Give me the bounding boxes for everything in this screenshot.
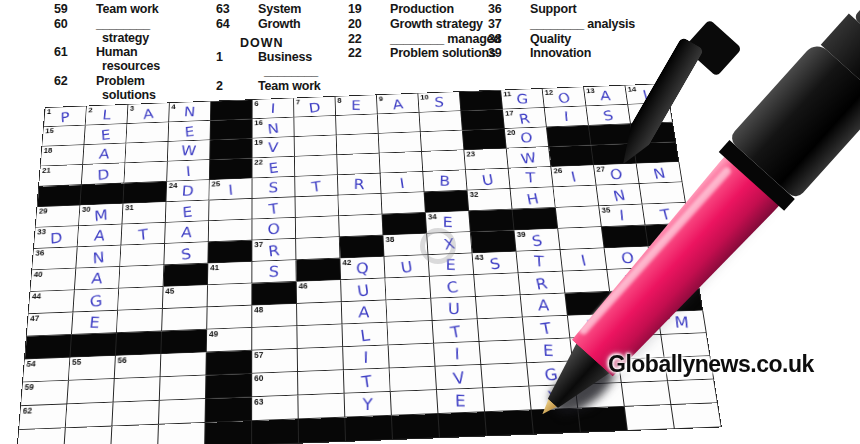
grid-cell-r9c9[interactable]: U [384, 255, 429, 278]
grid-cell-r8c4[interactable]: S [164, 242, 208, 265]
grid-cell-r7c4[interactable]: A [165, 221, 209, 244]
grid-cell-r2c1[interactable]: 15 [42, 126, 85, 147]
clue-number: 22 [372, 47, 390, 61]
grid-cell-r16c8 [345, 416, 393, 442]
grid-cell-r13c3[interactable]: 56 [115, 354, 162, 379]
grid-cell-r10c4[interactable]: 45 [163, 285, 208, 309]
grid-cell-r5c8[interactable]: R [338, 174, 382, 196]
grid-cell-r9c5[interactable]: 41 [208, 262, 252, 285]
grid-cell-r9c13[interactable]: I [561, 248, 608, 271]
handwritten-letter: A [521, 294, 566, 316]
grid-cell-r11c9[interactable] [386, 299, 432, 323]
grid-cell-r1c1[interactable]: 1P [44, 106, 87, 127]
grid-cell-r12c1 [25, 335, 72, 360]
grid-cell-r16c5 [205, 421, 252, 444]
grid-cell-r6c2[interactable]: 30M [79, 204, 123, 226]
grid-cell-r3c3[interactable] [125, 142, 168, 163]
grid-cell-r5c14[interactable]: 27O [594, 164, 640, 186]
grid-cell-r6c11[interactable]: 32 [468, 189, 513, 211]
handwritten-letter: S [252, 261, 296, 282]
handwritten-letter: U [432, 298, 476, 320]
grid-cell-r5c10[interactable]: B [423, 170, 467, 192]
grid-cell-r2c2[interactable]: E [84, 124, 127, 145]
grid-cell-r15c5 [206, 397, 253, 423]
grid-cell-r5c13[interactable]: 26I [551, 165, 596, 187]
grid-cell-r1c7[interactable]: 7D [294, 97, 336, 118]
grid-cell-r13c7[interactable] [298, 347, 344, 372]
handwritten-letter: A [83, 144, 126, 163]
grid-cell-r3c12[interactable]: 20O [505, 127, 549, 148]
handwritten-letter: S [419, 93, 460, 112]
grid-cell-r6c3[interactable]: 31 [122, 202, 166, 224]
grid-cell-r7c13[interactable] [556, 206, 602, 229]
clue-number: 19 [372, 3, 390, 17]
cell-number: 57 [254, 350, 263, 360]
handwritten-letter: A [342, 301, 386, 323]
grid-cell-r8c13[interactable] [558, 227, 604, 250]
grid-cell-r3c1[interactable]: 18 [41, 145, 85, 166]
grid-cell-r12c2 [70, 333, 117, 358]
handwritten-letter: I [600, 205, 644, 225]
site-watermark: Globallynews.co.uk [608, 351, 814, 378]
grid-cell-r6c10 [425, 191, 470, 213]
grid-cell-r11c12[interactable]: A [521, 294, 568, 318]
grid-cell-r1c10[interactable]: 10S [418, 92, 461, 113]
grid-cell-r2c3[interactable] [126, 122, 169, 143]
clue-number: 64 [240, 18, 258, 32]
grid-cell-r8c11 [471, 230, 517, 253]
clue-column-4: 36Support37________ analysis38Quality39I… [512, 3, 638, 62]
grid-cell-r10c7[interactable]: 46 [297, 280, 342, 304]
grid-cell-r3c11 [463, 129, 507, 150]
grid-cell-r10c6 [252, 282, 297, 306]
grid-cell-r1c8[interactable]: 8E [335, 95, 377, 116]
grid-cell-r14c10[interactable]: V [436, 365, 484, 390]
handwritten-letter: E [71, 311, 117, 333]
grid-cell-r9c6[interactable]: S [252, 260, 296, 283]
clue-text: Quality [530, 32, 571, 46]
grid-cell-r6c6[interactable]: T [252, 197, 295, 219]
grid-cell-r11c3[interactable] [117, 309, 163, 333]
clue-number: 63 [240, 3, 258, 17]
grid-cell-r12c3 [116, 331, 162, 356]
cell-number: 62 [22, 406, 32, 416]
clue-item: 61Human resources [78, 46, 190, 74]
grid-cell-r9c7 [296, 258, 341, 281]
grid-cell-r3c6[interactable]: 19V [253, 137, 295, 158]
clue-column-1: 59Team work60________ strategy61Human re… [78, 3, 190, 103]
grid-cell-r3c8[interactable] [337, 134, 380, 155]
grid-cell-r12c4 [161, 330, 207, 355]
grid-cell-r5c9[interactable]: I [381, 172, 425, 194]
clue-list-header: DOWN [240, 37, 352, 51]
grid-cell-r13c5 [206, 351, 252, 376]
handwritten-letter: I [343, 346, 388, 369]
cell-number: 59 [24, 382, 34, 392]
grid-cell-r16c1[interactable] [17, 428, 66, 444]
cell-number: 31 [125, 203, 134, 212]
grid-cell-r10c3[interactable] [118, 287, 163, 311]
grid-cell-r5c6[interactable]: S [252, 177, 295, 199]
grid-cell-r3c10[interactable] [421, 131, 465, 152]
grid-cell-r10c1[interactable]: 44 [29, 290, 75, 314]
handwritten-letter: N [169, 102, 211, 121]
handwritten-letter: W [167, 141, 210, 160]
grid-cell-r8c3[interactable] [120, 244, 165, 267]
clue-text: Team work [258, 79, 321, 93]
handwritten-letter: L [85, 105, 128, 124]
grid-cell-r15c2[interactable] [66, 403, 114, 429]
cell-number: 32 [469, 190, 478, 199]
clue-text: Business ________ [258, 50, 318, 78]
grid-cell-r4c12[interactable]: W [507, 147, 552, 169]
grid-cell-r5c4[interactable]: 24D [166, 180, 209, 202]
grid-cell-r11c5[interactable] [207, 306, 252, 330]
grid-cell-r7c14[interactable]: 35I [599, 205, 645, 228]
grid-cell-r1c3[interactable]: 3A [127, 103, 169, 124]
grid-cell-r9c12[interactable]: T [517, 250, 563, 273]
grid-cell-r5c7[interactable]: T [295, 175, 338, 197]
cell-number: 49 [209, 329, 218, 338]
grid-cell-r11c4[interactable] [162, 307, 207, 331]
clue-text: ________ analysis [530, 17, 635, 31]
grid-cell-r4c5 [210, 158, 253, 180]
clue-text: ________ strategy [96, 17, 150, 45]
grid-cell-r15c15[interactable] [668, 380, 718, 406]
grid-cell-r11c6[interactable]: 48 [252, 304, 297, 328]
cell-number: 40 [33, 270, 43, 279]
grid-cell-r10c8[interactable]: U [341, 278, 386, 302]
cell-number: 56 [117, 355, 127, 365]
grid-cell-r16c3[interactable] [111, 425, 159, 444]
clue-item: 37________ analysis [512, 18, 638, 32]
grid-cell-r12c10[interactable]: T [433, 319, 480, 343]
grid-cell-r4c2[interactable]: D [82, 163, 126, 185]
cell-number: 46 [299, 281, 308, 290]
cell-number: 41 [210, 263, 219, 272]
grid-cell-r11c2[interactable]: E [72, 311, 118, 335]
grid-cell-r16c6 [252, 419, 299, 444]
grid-cell-r6c5[interactable] [209, 199, 252, 221]
handwritten-letter: A [584, 86, 626, 105]
cell-number: 47 [30, 314, 40, 323]
grid-cell-r5c12[interactable]: T [509, 167, 554, 189]
grid-cell-r14c7[interactable] [298, 370, 345, 395]
clue-number: 37 [512, 18, 530, 32]
grid-cell-r12c9[interactable] [388, 321, 435, 345]
grid-cell-r12c5[interactable]: 49 [207, 328, 252, 352]
handwritten-letter: O [252, 218, 296, 239]
handwritten-letter: I [545, 107, 587, 126]
grid-cell-r6c8[interactable] [338, 194, 382, 216]
grid-cell-r11c10[interactable]: U [431, 297, 477, 321]
grid-cell-r8c1[interactable]: 36 [32, 247, 77, 270]
handwritten-letter: E [335, 96, 376, 115]
handwritten-letter: Y [345, 393, 391, 416]
grid-cell-r2c5 [211, 119, 253, 140]
clue-text: Problem solutions [390, 46, 496, 60]
grid-cell-r7c11 [469, 210, 514, 233]
grid-cell-r10c2[interactable]: G [73, 289, 119, 313]
cell-number: 63 [254, 397, 263, 407]
cell-number: 45 [165, 287, 174, 296]
grid-cell-r7c7[interactable] [296, 216, 340, 239]
grid-cell-r2c14[interactable]: S [586, 105, 631, 126]
grid-cell-r14c9[interactable] [390, 367, 437, 392]
grid-cell-r6c14[interactable]: N [597, 184, 643, 206]
clue-item: 62Problem solutions [78, 75, 190, 103]
handwritten-letter: T [509, 168, 552, 188]
grid-cell-r16c9 [392, 414, 440, 440]
grid-cell-r12c11[interactable] [478, 318, 525, 342]
grid-cell-r12c8[interactable]: L [342, 323, 388, 347]
grid-cell-r8c6[interactable]: 37R [252, 239, 296, 262]
grid-cell-r14c8[interactable]: T [344, 369, 391, 394]
grid-cell-r7c6[interactable]: O [252, 218, 296, 241]
grid-cell-r3c13 [547, 126, 592, 147]
grid-cell-r2c6[interactable]: 16N [253, 118, 295, 139]
clue-text: System [258, 2, 301, 16]
grid-cell-r15c3[interactable] [112, 401, 159, 427]
grid-cell-r2c10[interactable] [420, 111, 463, 132]
clue-text: Problem solutions [96, 74, 156, 102]
clue-text: Growth [258, 17, 301, 31]
grid-cell-r13c9[interactable] [389, 344, 436, 369]
clue-text: Production [390, 2, 454, 16]
grid-cell-r4c7[interactable] [295, 155, 338, 177]
handwritten-letter: B [424, 171, 466, 191]
grid-cell-r1c13[interactable]: 12O [543, 87, 587, 108]
clue-number: 36 [512, 3, 530, 17]
grid-cell-r13c4[interactable] [161, 352, 207, 377]
grid-cell-r2c7[interactable] [294, 116, 336, 137]
grid-cell-r11c8[interactable]: A [342, 300, 388, 324]
clue-item: 59Team work [78, 3, 190, 17]
clue-text: Human resources [96, 45, 160, 73]
clue-item: 1Business ________ [240, 51, 352, 79]
grid-cell-r5c3 [123, 182, 167, 204]
clue-item: 20Growth strategy [372, 18, 504, 32]
handwritten-letter: I [435, 343, 480, 366]
clue-item: 60________ strategy [78, 18, 190, 46]
grid-cell-r1c11 [460, 90, 503, 111]
handwritten-letter: A [165, 222, 209, 243]
grid-cell-r11c11[interactable] [476, 295, 523, 319]
grid-cell-r2c4[interactable]: E [168, 121, 210, 142]
grid-cell-r8c2[interactable]: N [76, 246, 121, 269]
grid-cell-r13c10[interactable]: I [434, 342, 481, 367]
grid-cell-r7c2[interactable]: A [78, 224, 123, 247]
grid-cell-r5c11[interactable]: U [466, 169, 511, 191]
handwritten-letter: E [438, 389, 484, 412]
grid-cell-r14c3[interactable] [114, 377, 161, 402]
grid-cell-r15c10[interactable]: E [437, 388, 485, 414]
clue-item: 2Team work [240, 80, 352, 94]
grid-cell-r7c5[interactable] [209, 220, 253, 243]
handwritten-letter: O [594, 164, 638, 184]
handwritten-letter: V [252, 138, 294, 157]
grid-cell-r16c14[interactable] [625, 405, 675, 431]
grid-cell-r7c9 [382, 213, 427, 236]
cell-number: 36 [35, 248, 44, 257]
grid-cell-r13c1[interactable]: 54 [23, 358, 70, 383]
grid-cell-r4c10[interactable] [422, 150, 466, 172]
clue-number: 62 [78, 75, 96, 89]
grid-cell-r16c4[interactable] [158, 423, 205, 444]
watermark-ring [420, 228, 456, 264]
grid-cell-r7c12 [513, 208, 559, 231]
grid-cell-r12c6[interactable] [252, 326, 297, 350]
grid-cell-r6c9[interactable] [381, 192, 425, 214]
grid-cell-r1c14[interactable]: 13A [584, 86, 628, 107]
handwritten-letter: Q [340, 257, 384, 278]
clue-item: 39Innovation [512, 47, 638, 61]
clue-item: 64Growth [240, 18, 352, 32]
grid-cell-r1c9[interactable]: 9A [377, 94, 420, 115]
grid-cell-r14c1[interactable]: 59 [21, 381, 69, 406]
handwritten-letter: S [252, 177, 295, 197]
grid-cell-r16c2[interactable] [64, 427, 112, 444]
handwritten-letter: A [74, 268, 119, 289]
clue-item: 19Production [372, 3, 504, 17]
clue-number: 39 [512, 47, 530, 61]
grid-cell-r4c1[interactable]: 21 [39, 165, 83, 187]
handwritten-letter: D [166, 181, 209, 201]
grid-cell-r15c8[interactable]: Y [345, 392, 392, 418]
grid-cell-r11c7[interactable] [297, 302, 342, 326]
cell-number: 60 [254, 373, 263, 383]
grid-cell-r4c6[interactable]: 22E [252, 157, 295, 179]
grid-cell-r9c2[interactable]: A [75, 267, 120, 290]
clue-item: 63System [240, 3, 352, 17]
grid-cell-r9c8[interactable]: 42Q [340, 257, 385, 280]
grid-cell-r14c4[interactable] [160, 376, 207, 401]
grid-cell-r14c2[interactable] [67, 379, 114, 404]
clue-number: 1 [240, 51, 258, 65]
cell-number: 18 [43, 146, 52, 154]
clue-number: 59 [78, 3, 96, 17]
clue-item: 38Quality [512, 33, 638, 47]
grid-cell-r15c6[interactable]: 63 [252, 396, 299, 422]
grid-cell-r6c4[interactable]: E [166, 200, 210, 222]
grid-cell-r3c14 [589, 124, 634, 145]
handwritten-letter: O [505, 128, 547, 147]
clue-column-2: 63System64GrowthDOWN1Business ________2T… [240, 3, 352, 95]
grid-cell-r6c7[interactable] [295, 196, 339, 218]
clue-number: 60 [78, 18, 96, 32]
clue-text: Team work [96, 2, 159, 16]
clue-item: 22Problem solutions [372, 47, 504, 61]
grid-cell-r2c8[interactable] [336, 114, 379, 135]
grid-cell-r14c6[interactable]: 60 [252, 372, 298, 397]
grid-cell-r16c10 [438, 412, 487, 438]
grid-cell-r5c15[interactable]: N [637, 162, 683, 184]
grid-cell-r16c11 [485, 410, 534, 436]
grid-cell-r9c3[interactable] [119, 265, 164, 288]
grid-cell-r13c2[interactable]: 55 [69, 356, 116, 381]
grid-cell-r12c7[interactable] [297, 324, 343, 348]
cell-number: 44 [32, 292, 42, 301]
grid-cell-r16c15[interactable] [671, 403, 721, 429]
grid-cell-r7c1[interactable]: 33D [34, 226, 79, 249]
clue-item: 36Support [512, 3, 638, 17]
grid-cell-r2c13[interactable]: I [545, 106, 589, 127]
grid-cell-r15c7[interactable] [298, 394, 345, 420]
cell-number: 23 [466, 150, 475, 158]
grid-cell-r10c12[interactable]: R [519, 272, 566, 296]
grid-cell-r16c7 [299, 418, 346, 444]
grid-cell-r10c10[interactable]: C [430, 275, 476, 299]
grid-cell-r3c7[interactable] [295, 135, 338, 156]
clue-number: 2 [240, 80, 258, 94]
clue-text: ________ managed [390, 32, 501, 46]
cell-number: 21 [42, 166, 51, 174]
grid-cell-r11c1[interactable]: 47 [27, 312, 74, 336]
clue-number: 20 [372, 18, 390, 32]
handwritten-letter: A [77, 225, 122, 246]
grid-cell-r13c6[interactable]: 57 [252, 349, 298, 374]
grid-cell-r1c12[interactable]: 11G [501, 89, 545, 110]
grid-cell-r9c4 [164, 264, 209, 287]
grid-cell-r10c11[interactable] [474, 273, 520, 297]
cell-number: 38 [385, 235, 394, 244]
grid-cell-r14c5 [206, 374, 252, 399]
clue-column-3: 19Production20Growth strategy22________ … [372, 3, 504, 62]
grid-cell-r8c12[interactable]: 39S [515, 229, 561, 252]
clue-text: Growth strategy [390, 17, 483, 31]
cell-number: 54 [26, 359, 36, 369]
grid-cell-r2c9[interactable] [378, 113, 421, 134]
cell-number: 15 [45, 127, 54, 135]
grid-cell-r2c11 [461, 110, 505, 131]
grid-cell-r10c9[interactable] [385, 277, 431, 301]
grid-cell-r4c4[interactable]: I [167, 160, 210, 182]
cell-number: 29 [39, 207, 48, 216]
clue-number: 22 [372, 33, 390, 47]
grid-cell-r15c4[interactable] [159, 399, 206, 425]
grid-cell-r4c9[interactable] [380, 152, 424, 174]
grid-cell-r13c8[interactable]: I [343, 345, 390, 370]
grid-cell-r8c7[interactable] [296, 237, 340, 260]
clue-item: 22________ managed [372, 33, 504, 47]
grid-cell-r2c12[interactable]: 17R [503, 108, 547, 129]
grid-cell-r15c1[interactable]: 62 [19, 404, 67, 430]
grid-cell-r3c9[interactable] [379, 132, 422, 153]
grid-cell-r4c3[interactable] [124, 162, 167, 184]
grid-cell-r10c5[interactable] [208, 284, 253, 308]
clue-number: 61 [78, 46, 96, 60]
clue-number: 38 [512, 33, 530, 47]
grid-cell-r6c13[interactable] [554, 186, 600, 208]
grid-cell-r5c1 [37, 185, 81, 207]
grid-cell-r13c11[interactable] [480, 340, 528, 365]
grid-cell-r7c3[interactable]: T [121, 223, 165, 246]
grid-cell-r7c8[interactable] [339, 215, 383, 238]
grid-cell-r4c8[interactable] [337, 154, 380, 176]
grid-cell-r8c8 [340, 235, 385, 258]
grid-cell-r9c11[interactable]: 43S [473, 252, 519, 275]
clue-text: Support [530, 2, 577, 16]
grid-cell-r6c12[interactable]: H [511, 187, 556, 209]
handwritten-letter: R [338, 174, 380, 194]
grid-cell-r8c5 [208, 241, 252, 264]
grid-cell-r9c1[interactable]: 40 [30, 269, 76, 292]
grid-cell-r4c11[interactable]: 23 [464, 149, 508, 171]
grid-cell-r15c9[interactable] [391, 390, 439, 416]
grid-cell-r1c5 [211, 100, 253, 121]
cell-number: 55 [72, 357, 82, 367]
grid-cell-r5c5[interactable]: 25I [209, 178, 252, 200]
